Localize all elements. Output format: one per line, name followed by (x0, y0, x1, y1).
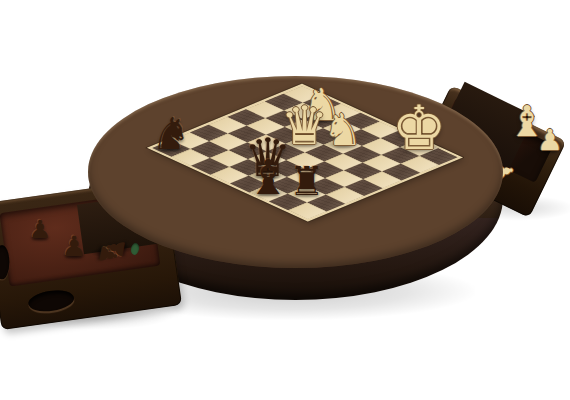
black-pawn-piece[interactable]: ♟ (60, 232, 89, 261)
drawer-handle-cutout[interactable] (27, 288, 75, 314)
chess-set-photo: ♟ ♞♞♛♞♚♛♝♜♟♟♟♟♝♟ (0, 0, 570, 400)
black-knight-piece[interactable]: ♞ (148, 111, 194, 157)
black-rook-piece[interactable]: ♜ (286, 160, 328, 202)
white-pawn-piece[interactable]: ♟ (535, 125, 565, 155)
black-pawn-piece[interactable]: ♟ (27, 217, 53, 243)
black-pawn-piece[interactable]: ♟ (102, 234, 130, 262)
white-king-piece[interactable]: ♚ (387, 96, 451, 160)
white-knight-piece[interactable]: ♞ (320, 107, 366, 153)
